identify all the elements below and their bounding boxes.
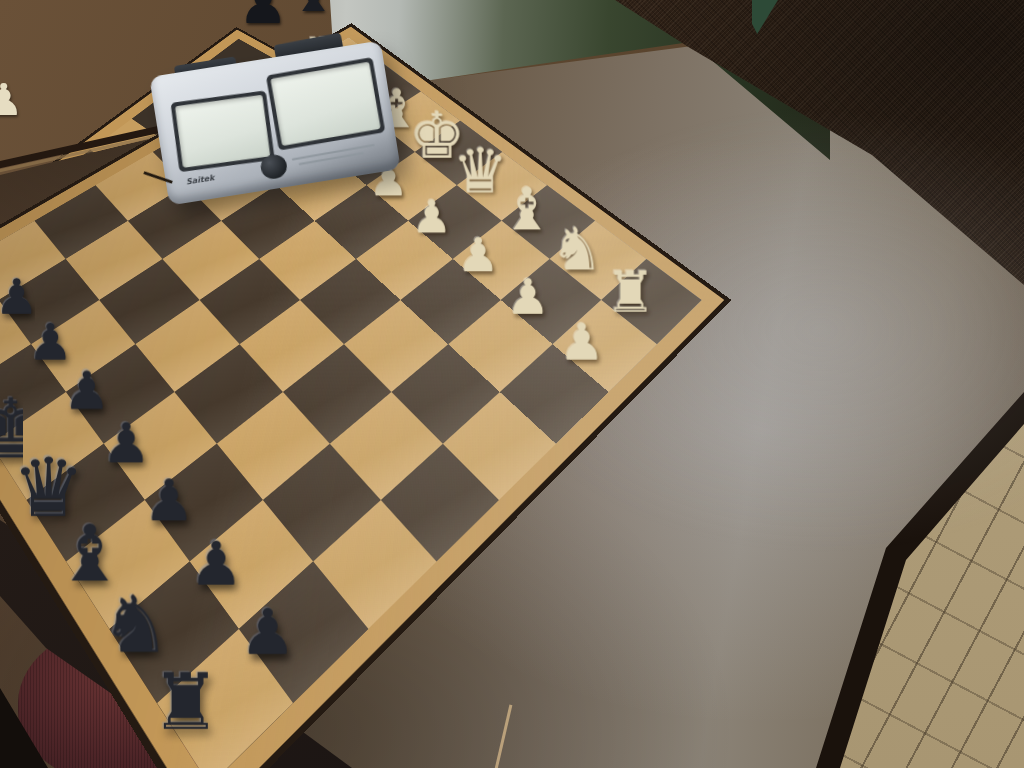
board-scene: ♜♞♝♚♛♝♞♜♟♟♟♟♟♟♟♟♟♟♟♟♟♟♟♟♜♞♝♚♛♝♞♜ bbox=[0, 0, 1024, 768]
clock-left-screen bbox=[175, 95, 270, 168]
piece-white-pawn-b2[interactable]: ♟ bbox=[489, 272, 566, 321]
clock-brand-text: Saitek bbox=[185, 173, 215, 186]
piece-black-pawn-d7[interactable]: ♟ bbox=[82, 415, 169, 470]
photo-scene: ♟ ♝ ♟ ♜♞♝♚♛♝♞♜♟♟♟♟♟♟♟♟♟♟♟♟♟♟♟♟♜♞♝♚♛♝♞♜ S… bbox=[0, 0, 1024, 768]
piece-black-pawn-e7[interactable]: ♟ bbox=[45, 363, 129, 416]
piece-black-pawn-a7[interactable]: ♟ bbox=[217, 600, 317, 663]
clock-left-display bbox=[170, 90, 274, 172]
piece-white-pawn-a2[interactable]: ♟ bbox=[541, 315, 621, 366]
clock-right-screen bbox=[270, 62, 380, 146]
clock-small-print-line bbox=[299, 152, 364, 165]
piece-black-knight-b8[interactable]: ♞ bbox=[85, 584, 185, 663]
piece-black-rook-a8[interactable]: ♜ bbox=[133, 663, 238, 741]
clock-right-display bbox=[266, 57, 386, 151]
